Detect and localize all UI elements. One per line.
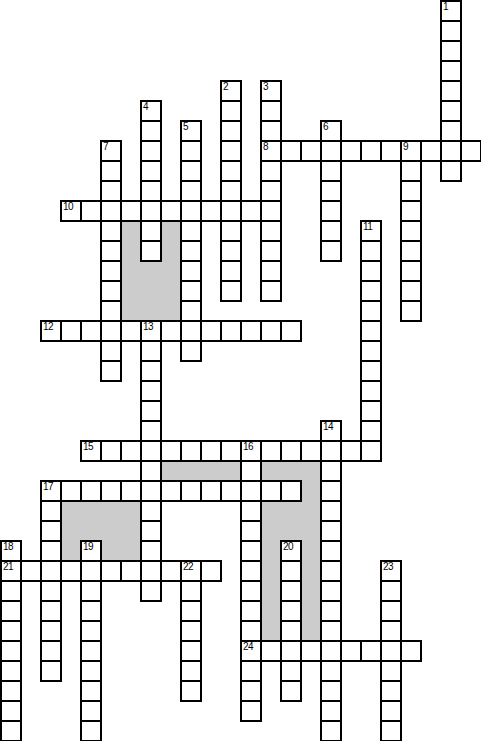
white-cell[interactable] — [240, 320, 262, 342]
clue-number: 10 — [63, 202, 73, 212]
white-cell[interactable] — [400, 280, 422, 302]
white-cell[interactable] — [140, 580, 162, 602]
gray-cell — [260, 460, 282, 482]
white-cell[interactable] — [320, 220, 342, 242]
white-cell[interactable] — [140, 400, 162, 422]
white-cell[interactable]: 6 — [320, 120, 342, 142]
white-cell[interactable] — [360, 300, 382, 322]
white-cell[interactable] — [0, 580, 22, 602]
white-cell[interactable] — [320, 700, 342, 722]
white-cell[interactable] — [180, 600, 202, 622]
white-cell[interactable] — [220, 120, 242, 142]
white-cell[interactable] — [60, 560, 82, 582]
white-cell[interactable] — [80, 320, 102, 342]
white-cell[interactable] — [220, 100, 242, 122]
gray-cell — [120, 260, 142, 282]
white-cell[interactable]: 5 — [180, 120, 202, 142]
white-cell[interactable] — [400, 640, 422, 662]
white-cell[interactable] — [320, 580, 342, 602]
white-cell[interactable] — [200, 320, 222, 342]
white-cell[interactable] — [240, 500, 262, 522]
white-cell[interactable] — [320, 440, 342, 462]
white-cell[interactable] — [200, 200, 222, 222]
clue-number: 9 — [403, 142, 408, 152]
white-cell[interactable] — [180, 260, 202, 282]
white-cell[interactable] — [100, 340, 122, 362]
white-cell[interactable] — [260, 220, 282, 242]
white-cell[interactable] — [180, 480, 202, 502]
white-cell[interactable] — [140, 240, 162, 262]
white-cell[interactable] — [200, 560, 222, 582]
white-cell[interactable] — [320, 460, 342, 482]
white-cell[interactable] — [340, 640, 362, 662]
gray-cell — [160, 280, 182, 302]
white-cell[interactable] — [240, 700, 262, 722]
white-cell[interactable] — [180, 640, 202, 662]
white-cell[interactable]: 12 — [40, 320, 62, 342]
white-cell[interactable] — [360, 280, 382, 302]
white-cell[interactable] — [240, 560, 262, 582]
gray-cell — [300, 540, 322, 562]
white-cell[interactable] — [280, 140, 302, 162]
white-cell[interactable]: 10 — [60, 200, 82, 222]
white-cell[interactable] — [240, 480, 262, 502]
white-cell[interactable] — [240, 600, 262, 622]
white-cell[interactable] — [440, 100, 462, 122]
white-cell[interactable]: 16 — [240, 440, 262, 462]
white-cell[interactable]: 18 — [0, 540, 22, 562]
white-cell[interactable] — [320, 720, 342, 741]
white-cell[interactable]: 4 — [140, 100, 162, 122]
white-cell[interactable] — [0, 720, 22, 741]
white-cell[interactable] — [20, 560, 42, 582]
white-cell[interactable] — [260, 440, 282, 462]
clue-number: 5 — [183, 122, 188, 132]
white-cell[interactable] — [280, 480, 302, 502]
white-cell[interactable] — [440, 60, 462, 82]
white-cell[interactable] — [300, 640, 322, 662]
white-cell[interactable] — [180, 660, 202, 682]
gray-cell — [300, 580, 322, 602]
gray-cell — [100, 500, 122, 522]
white-cell[interactable] — [220, 160, 242, 182]
white-cell[interactable] — [200, 440, 222, 462]
gray-cell — [160, 300, 182, 322]
white-cell[interactable] — [320, 640, 342, 662]
white-cell[interactable] — [60, 320, 82, 342]
white-cell[interactable] — [400, 160, 422, 182]
gray-cell — [260, 600, 282, 622]
white-cell[interactable] — [240, 200, 262, 222]
white-cell[interactable] — [360, 260, 382, 282]
white-cell[interactable] — [240, 460, 262, 482]
gray-cell — [260, 580, 282, 602]
white-cell[interactable]: 24 — [240, 640, 262, 662]
white-cell[interactable] — [220, 260, 242, 282]
gray-cell — [300, 460, 322, 482]
clue-number: 4 — [143, 102, 148, 112]
clue-number: 8 — [263, 142, 268, 152]
white-cell[interactable] — [180, 300, 202, 322]
white-cell[interactable] — [240, 620, 262, 642]
white-cell[interactable] — [280, 680, 302, 702]
white-cell[interactable] — [400, 180, 422, 202]
white-cell[interactable] — [280, 640, 302, 662]
white-cell[interactable] — [280, 440, 302, 462]
white-cell[interactable] — [80, 660, 102, 682]
clue-number: 16 — [243, 442, 253, 452]
white-cell[interactable] — [80, 560, 102, 582]
white-cell[interactable] — [100, 180, 122, 202]
white-cell[interactable] — [140, 440, 162, 462]
white-cell[interactable] — [100, 480, 122, 502]
white-cell[interactable] — [180, 680, 202, 702]
white-cell[interactable] — [140, 180, 162, 202]
white-cell[interactable] — [140, 540, 162, 562]
white-cell[interactable] — [180, 240, 202, 262]
white-cell[interactable] — [240, 680, 262, 702]
white-cell[interactable] — [260, 640, 282, 662]
white-cell[interactable] — [220, 280, 242, 302]
gray-cell — [300, 520, 322, 542]
white-cell[interactable] — [280, 660, 302, 682]
white-cell[interactable] — [160, 200, 182, 222]
white-cell[interactable] — [400, 220, 422, 242]
clue-number: 22 — [183, 562, 193, 572]
white-cell[interactable] — [220, 240, 242, 262]
white-cell[interactable] — [80, 620, 102, 642]
clue-number: 23 — [383, 562, 393, 572]
white-cell[interactable] — [140, 120, 162, 142]
white-cell[interactable] — [320, 500, 342, 522]
white-cell[interactable] — [140, 160, 162, 182]
white-cell[interactable] — [280, 600, 302, 622]
gray-cell — [140, 300, 162, 322]
white-cell[interactable] — [100, 280, 122, 302]
white-cell[interactable]: 23 — [380, 560, 402, 582]
gray-cell — [100, 520, 122, 542]
white-cell[interactable] — [240, 580, 262, 602]
white-cell[interactable] — [340, 440, 362, 462]
gray-cell — [180, 460, 202, 482]
gray-cell — [80, 520, 102, 542]
white-cell[interactable] — [220, 220, 242, 242]
white-cell[interactable] — [320, 240, 342, 262]
white-cell[interactable] — [380, 600, 402, 622]
clue-number: 3 — [263, 82, 268, 92]
white-cell[interactable] — [320, 680, 342, 702]
gray-cell — [260, 560, 282, 582]
white-cell[interactable] — [260, 120, 282, 142]
white-cell[interactable] — [440, 20, 462, 42]
white-cell[interactable] — [180, 320, 202, 342]
white-cell[interactable] — [380, 720, 402, 741]
white-cell[interactable] — [220, 180, 242, 202]
white-cell[interactable] — [360, 340, 382, 362]
white-cell[interactable]: 8 — [260, 140, 282, 162]
white-cell[interactable] — [320, 600, 342, 622]
gray-cell — [60, 540, 82, 562]
gray-cell — [160, 460, 182, 482]
white-cell[interactable] — [440, 120, 462, 142]
white-cell[interactable]: 1 — [440, 0, 462, 22]
white-cell[interactable] — [40, 660, 62, 682]
white-cell[interactable] — [40, 580, 62, 602]
white-cell[interactable] — [0, 640, 22, 662]
white-cell[interactable]: 13 — [140, 320, 162, 342]
white-cell[interactable] — [40, 540, 62, 562]
white-cell[interactable]: 22 — [180, 560, 202, 582]
clue-number: 1 — [443, 2, 448, 12]
white-cell[interactable] — [180, 180, 202, 202]
white-cell[interactable] — [160, 560, 182, 582]
gray-cell — [160, 260, 182, 282]
white-cell[interactable] — [180, 160, 202, 182]
gray-cell — [300, 560, 322, 582]
white-cell[interactable] — [140, 360, 162, 382]
white-cell[interactable] — [140, 420, 162, 442]
white-cell[interactable] — [220, 140, 242, 162]
gray-cell — [260, 520, 282, 542]
white-cell[interactable] — [360, 420, 382, 442]
white-cell[interactable] — [180, 140, 202, 162]
gray-cell — [280, 520, 302, 542]
white-cell[interactable] — [220, 480, 242, 502]
white-cell[interactable] — [380, 640, 402, 662]
white-cell[interactable] — [180, 440, 202, 462]
white-cell[interactable] — [180, 580, 202, 602]
white-cell[interactable] — [260, 200, 282, 222]
white-cell[interactable] — [0, 700, 22, 722]
white-cell[interactable] — [220, 200, 242, 222]
white-cell[interactable] — [180, 620, 202, 642]
white-cell[interactable] — [100, 300, 122, 322]
white-cell[interactable] — [360, 640, 382, 662]
white-cell[interactable] — [40, 520, 62, 542]
white-cell[interactable] — [100, 240, 122, 262]
gray-cell — [140, 260, 162, 282]
white-cell[interactable] — [360, 140, 382, 162]
white-cell[interactable] — [80, 200, 102, 222]
white-cell[interactable]: 17 — [40, 480, 62, 502]
clue-number: 2 — [223, 82, 228, 92]
white-cell[interactable] — [320, 140, 342, 162]
white-cell[interactable] — [360, 440, 382, 462]
white-cell[interactable] — [160, 440, 182, 462]
gray-cell — [280, 460, 302, 482]
white-cell[interactable] — [280, 620, 302, 642]
white-cell[interactable] — [460, 140, 481, 162]
white-cell[interactable] — [240, 540, 262, 562]
white-cell[interactable] — [80, 640, 102, 662]
white-cell[interactable] — [140, 560, 162, 582]
white-cell[interactable] — [260, 260, 282, 282]
white-cell[interactable] — [140, 220, 162, 242]
white-cell[interactable] — [180, 220, 202, 242]
white-cell[interactable] — [180, 280, 202, 302]
white-cell[interactable]: 21 — [0, 560, 22, 582]
white-cell[interactable] — [0, 620, 22, 642]
white-cell[interactable] — [360, 380, 382, 402]
white-cell[interactable] — [360, 240, 382, 262]
gray-cell — [100, 540, 122, 562]
gray-cell — [120, 300, 142, 322]
white-cell[interactable] — [0, 600, 22, 622]
white-cell[interactable] — [400, 300, 422, 322]
white-cell[interactable] — [40, 640, 62, 662]
white-cell[interactable] — [100, 440, 122, 462]
white-cell[interactable] — [260, 100, 282, 122]
white-cell[interactable] — [80, 480, 102, 502]
gray-cell — [140, 280, 162, 302]
white-cell[interactable] — [140, 140, 162, 162]
white-cell[interactable] — [260, 180, 282, 202]
white-cell[interactable] — [260, 320, 282, 342]
gray-cell — [120, 520, 142, 542]
white-cell[interactable] — [380, 580, 402, 602]
white-cell[interactable] — [380, 140, 402, 162]
white-cell[interactable] — [280, 580, 302, 602]
white-cell[interactable] — [80, 580, 102, 602]
white-cell[interactable] — [140, 200, 162, 222]
white-cell[interactable] — [400, 260, 422, 282]
white-cell[interactable] — [320, 200, 342, 222]
white-cell[interactable]: 11 — [360, 220, 382, 242]
white-cell[interactable] — [440, 160, 462, 182]
white-cell[interactable] — [140, 500, 162, 522]
clue-number: 12 — [43, 322, 53, 332]
white-cell[interactable] — [280, 560, 302, 582]
white-cell[interactable] — [360, 400, 382, 422]
white-cell[interactable] — [260, 280, 282, 302]
white-cell[interactable] — [320, 560, 342, 582]
white-cell[interactable] — [120, 200, 142, 222]
crossword-board: 123456789101112131415161718192021222324 — [0, 0, 481, 741]
white-cell[interactable] — [220, 440, 242, 462]
white-cell[interactable] — [300, 140, 322, 162]
white-cell[interactable] — [80, 720, 102, 741]
gray-cell — [160, 220, 182, 242]
white-cell[interactable] — [140, 340, 162, 362]
white-cell[interactable]: 14 — [320, 420, 342, 442]
white-cell[interactable] — [320, 160, 342, 182]
white-cell[interactable]: 9 — [400, 140, 422, 162]
white-cell[interactable] — [400, 200, 422, 222]
white-cell[interactable] — [120, 320, 142, 342]
white-cell[interactable] — [180, 200, 202, 222]
white-cell[interactable] — [440, 140, 462, 162]
white-cell[interactable] — [0, 660, 22, 682]
clue-number: 13 — [143, 322, 153, 332]
gray-cell — [80, 500, 102, 522]
gray-cell — [120, 540, 142, 562]
gray-cell — [300, 500, 322, 522]
white-cell[interactable] — [200, 480, 222, 502]
white-cell[interactable] — [100, 220, 122, 242]
gray-cell — [120, 220, 142, 242]
clue-number: 20 — [283, 542, 293, 552]
white-cell[interactable] — [340, 140, 362, 162]
white-cell[interactable] — [380, 660, 402, 682]
white-cell[interactable] — [380, 620, 402, 642]
white-cell[interactable] — [380, 680, 402, 702]
white-cell[interactable] — [320, 620, 342, 642]
white-cell[interactable]: 15 — [80, 440, 102, 462]
white-cell[interactable]: 20 — [280, 540, 302, 562]
white-cell[interactable]: 19 — [80, 540, 102, 562]
white-cell[interactable] — [320, 540, 342, 562]
clue-number: 18 — [3, 542, 13, 552]
white-cell[interactable] — [80, 600, 102, 622]
white-cell[interactable] — [400, 240, 422, 262]
white-cell[interactable] — [100, 320, 122, 342]
white-cell[interactable] — [60, 480, 82, 502]
white-cell[interactable] — [220, 320, 242, 342]
clue-number: 15 — [83, 442, 93, 452]
clue-number: 24 — [243, 642, 253, 652]
white-cell[interactable] — [320, 660, 342, 682]
white-cell[interactable] — [100, 160, 122, 182]
clue-number: 11 — [363, 222, 372, 232]
white-cell[interactable] — [260, 240, 282, 262]
white-cell[interactable] — [320, 520, 342, 542]
white-cell[interactable] — [100, 560, 122, 582]
white-cell[interactable] — [120, 440, 142, 462]
white-cell[interactable] — [140, 520, 162, 542]
white-cell[interactable]: 2 — [220, 80, 242, 102]
white-cell[interactable] — [40, 500, 62, 522]
white-cell[interactable] — [100, 200, 122, 222]
white-cell[interactable] — [260, 480, 282, 502]
white-cell[interactable] — [160, 320, 182, 342]
white-cell[interactable] — [420, 140, 442, 162]
white-cell[interactable] — [240, 660, 262, 682]
white-cell[interactable] — [140, 480, 162, 502]
white-cell[interactable] — [160, 480, 182, 502]
white-cell[interactable] — [100, 260, 122, 282]
white-cell[interactable] — [280, 320, 302, 342]
white-cell[interactable] — [0, 680, 22, 702]
white-cell[interactable] — [120, 560, 142, 582]
white-cell[interactable] — [40, 560, 62, 582]
clue-number: 14 — [323, 422, 333, 432]
white-cell[interactable] — [80, 700, 102, 722]
white-cell[interactable] — [320, 480, 342, 502]
white-cell[interactable] — [180, 340, 202, 362]
white-cell[interactable] — [360, 320, 382, 342]
white-cell[interactable] — [440, 80, 462, 102]
white-cell[interactable]: 7 — [100, 140, 122, 162]
white-cell[interactable] — [240, 520, 262, 542]
white-cell[interactable] — [140, 460, 162, 482]
gray-cell — [280, 500, 302, 522]
white-cell[interactable]: 3 — [260, 80, 282, 102]
white-cell[interactable] — [440, 40, 462, 62]
gray-cell — [160, 240, 182, 262]
white-cell[interactable] — [320, 180, 342, 202]
white-cell[interactable] — [360, 360, 382, 382]
gray-cell — [120, 280, 142, 302]
white-cell[interactable] — [100, 360, 122, 382]
white-cell[interactable] — [80, 680, 102, 702]
white-cell[interactable] — [40, 600, 62, 622]
white-cell[interactable] — [260, 160, 282, 182]
white-cell[interactable] — [120, 480, 142, 502]
white-cell[interactable] — [40, 620, 62, 642]
white-cell[interactable] — [380, 700, 402, 722]
white-cell[interactable] — [300, 440, 322, 462]
white-cell[interactable] — [140, 380, 162, 402]
